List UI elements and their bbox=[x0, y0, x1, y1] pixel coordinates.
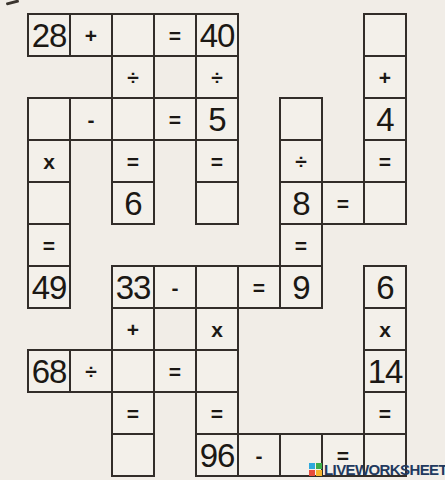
answer-cell-r5c1[interactable] bbox=[27, 181, 71, 225]
logo-square-2 bbox=[316, 463, 322, 469]
scan-artifact-mark bbox=[6, 0, 19, 6]
operator-cell-r9c4: = bbox=[153, 349, 197, 393]
answer-cell-r1c3[interactable] bbox=[111, 13, 155, 57]
operator-cell-r4c7: ÷ bbox=[279, 139, 323, 183]
given-cell-r5c7: 8 bbox=[279, 181, 323, 225]
answer-cell-r5c5[interactable] bbox=[195, 181, 239, 225]
operator-cell-r10c9: = bbox=[363, 391, 407, 435]
operator-cell-r8c3: + bbox=[111, 307, 155, 351]
operator-cell-r5c8: = bbox=[321, 181, 365, 225]
answer-cell-r11c3[interactable] bbox=[111, 433, 155, 477]
answer-cell-r3c1[interactable] bbox=[27, 97, 71, 141]
logo-square-4 bbox=[316, 470, 322, 476]
operator-cell-r6c7: = bbox=[279, 223, 323, 267]
liveworksheets-logo-icon bbox=[309, 463, 322, 476]
given-cell-r7c9: 6 bbox=[363, 265, 407, 309]
operator-cell-r10c3: = bbox=[111, 391, 155, 435]
operator-cell-r2c3: ÷ bbox=[111, 55, 155, 99]
answer-cell-r9c3[interactable] bbox=[111, 349, 155, 393]
operator-cell-r6c1: = bbox=[27, 223, 71, 267]
given-cell-r3c9: 4 bbox=[363, 97, 407, 141]
operator-cell-r4c9: = bbox=[363, 139, 407, 183]
answer-cell-r9c5[interactable] bbox=[195, 349, 239, 393]
operator-cell-r1c4: = bbox=[153, 13, 197, 57]
given-cell-r7c7: 9 bbox=[279, 265, 323, 309]
given-cell-r9c9: 14 bbox=[363, 349, 407, 393]
operator-cell-r1c2: + bbox=[69, 13, 113, 57]
liveworksheets-watermark-label: LIVEWORKSHEETS bbox=[324, 461, 445, 478]
given-cell-r11c5: 96 bbox=[195, 433, 239, 477]
logo-square-1 bbox=[309, 463, 315, 469]
worksheet-page: 28+=40÷÷+-=54x==÷=68===4933-=96+xx68÷=14… bbox=[0, 0, 445, 480]
answer-cell-r7c5[interactable] bbox=[195, 265, 239, 309]
answer-cell-r3c7[interactable] bbox=[279, 97, 323, 141]
operator-cell-r2c5: ÷ bbox=[195, 55, 239, 99]
answer-cell-r3c3[interactable] bbox=[111, 97, 155, 141]
given-cell-r3c5: 5 bbox=[195, 97, 239, 141]
operator-cell-r11c6: - bbox=[237, 433, 281, 477]
operator-cell-r7c6: = bbox=[237, 265, 281, 309]
operator-cell-r3c2: - bbox=[69, 97, 113, 141]
operator-cell-r8c9: x bbox=[363, 307, 407, 351]
operator-cell-r2c9: + bbox=[363, 55, 407, 99]
operator-cell-r4c5: = bbox=[195, 139, 239, 183]
given-cell-r7c1: 49 bbox=[27, 265, 71, 309]
answer-cell-r5c9[interactable] bbox=[363, 181, 407, 225]
operator-cell-r4c3: = bbox=[111, 139, 155, 183]
liveworksheets-watermark: LIVEWORKSHEETS bbox=[309, 461, 445, 478]
given-cell-r7c3: 33 bbox=[111, 265, 155, 309]
operator-cell-r4c1: x bbox=[27, 139, 71, 183]
given-cell-r9c1: 68 bbox=[27, 349, 71, 393]
operator-cell-r8c5: x bbox=[195, 307, 239, 351]
operator-cell-r7c4: - bbox=[153, 265, 197, 309]
math-crossword-board: 28+=40÷÷+-=54x==÷=68===4933-=96+xx68÷=14… bbox=[28, 14, 406, 476]
operator-cell-r10c5: = bbox=[195, 391, 239, 435]
given-cell-r5c3: 6 bbox=[111, 181, 155, 225]
given-cell-r1c1: 28 bbox=[27, 13, 71, 57]
operator-cell-r3c4: = bbox=[153, 97, 197, 141]
operator-cell-r9c2: ÷ bbox=[69, 349, 113, 393]
logo-square-3 bbox=[309, 470, 315, 476]
answer-cell-r1c9[interactable] bbox=[363, 13, 407, 57]
given-cell-r1c5: 40 bbox=[195, 13, 239, 57]
